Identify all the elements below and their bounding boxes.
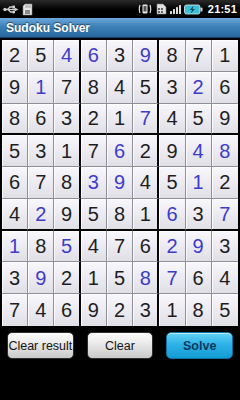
sudoku-cell[interactable]: 8 (133, 262, 159, 294)
sudoku-cell[interactable]: 7 (159, 262, 185, 294)
sudoku-cell[interactable]: 2 (28, 199, 54, 231)
title-bar: Sudoku Solver (0, 18, 240, 38)
solve-button[interactable]: Solve (166, 332, 233, 359)
sudoku-cell[interactable]: 8 (54, 167, 80, 199)
sudoku-cell[interactable]: 8 (81, 72, 107, 104)
sudoku-cell[interactable]: 6 (186, 262, 212, 294)
sudoku-cell[interactable]: 4 (107, 72, 133, 104)
sudoku-cell[interactable]: 8 (212, 135, 238, 167)
sdcard-icon (22, 3, 33, 16)
sudoku-cell[interactable]: 5 (186, 104, 212, 136)
sudoku-cell[interactable]: 5 (28, 40, 54, 72)
sim-icon (155, 3, 167, 15)
sudoku-cell[interactable]: 6 (28, 104, 54, 136)
sudoku-cell[interactable]: 7 (28, 167, 54, 199)
sudoku-cell[interactable]: 6 (2, 167, 28, 199)
status-bar: 21:51 (0, 0, 240, 18)
sudoku-cell[interactable]: 2 (54, 262, 80, 294)
sudoku-cell[interactable]: 2 (2, 40, 28, 72)
sudoku-cell[interactable]: 7 (81, 135, 107, 167)
sudoku-cell[interactable]: 7 (212, 199, 238, 231)
sudoku-cell[interactable]: 3 (28, 135, 54, 167)
sudoku-cell[interactable]: 9 (107, 167, 133, 199)
sudoku-cell[interactable]: 5 (212, 294, 238, 326)
sudoku-cell[interactable]: 7 (133, 104, 159, 136)
sudoku-cell[interactable]: 5 (159, 167, 185, 199)
sudoku-cell[interactable]: 6 (212, 72, 238, 104)
sudoku-cell[interactable]: 3 (81, 167, 107, 199)
sudoku-cell[interactable]: 3 (159, 72, 185, 104)
sudoku-cell[interactable]: 5 (2, 135, 28, 167)
sudoku-cell[interactable]: 5 (81, 199, 107, 231)
sudoku-cell[interactable]: 8 (2, 104, 28, 136)
sudoku-cell[interactable]: 8 (186, 294, 212, 326)
sudoku-cell[interactable]: 1 (54, 135, 80, 167)
sudoku-cell[interactable]: 2 (81, 104, 107, 136)
clear-result-button[interactable]: Clear result (7, 332, 74, 359)
sudoku-cell[interactable]: 6 (159, 199, 185, 231)
sudoku-cell[interactable]: 4 (186, 135, 212, 167)
sudoku-board: 2546398719178453268632174595317629486783… (0, 38, 240, 328)
buttons-row: Clear result Clear Solve (0, 332, 240, 359)
vibrate-icon (138, 3, 152, 15)
clear-button[interactable]: Clear (87, 332, 154, 359)
sudoku-cell[interactable]: 1 (2, 231, 28, 263)
usb-icon (3, 4, 19, 15)
sudoku-cell[interactable]: 2 (212, 167, 238, 199)
sudoku-cell[interactable]: 9 (28, 262, 54, 294)
sudoku-cell[interactable]: 6 (54, 294, 80, 326)
sudoku-cell[interactable]: 1 (107, 104, 133, 136)
sudoku-cell[interactable]: 6 (133, 231, 159, 263)
sudoku-cell[interactable]: 8 (107, 199, 133, 231)
sudoku-cell[interactable]: 9 (159, 135, 185, 167)
battery-charging-icon (184, 4, 203, 15)
sudoku-cell[interactable]: 1 (28, 72, 54, 104)
sudoku-cell[interactable]: 7 (2, 294, 28, 326)
sudoku-cell[interactable]: 2 (186, 72, 212, 104)
sudoku-cell[interactable]: 7 (107, 231, 133, 263)
sudoku-cell[interactable]: 3 (186, 199, 212, 231)
sudoku-cell[interactable]: 2 (107, 294, 133, 326)
sudoku-cell[interactable]: 1 (186, 167, 212, 199)
sudoku-cell[interactable]: 1 (159, 294, 185, 326)
signal-strength-icon (170, 4, 181, 14)
sudoku-cell[interactable]: 3 (54, 104, 80, 136)
sudoku-cell[interactable]: 8 (28, 231, 54, 263)
sudoku-cell[interactable]: 9 (2, 72, 28, 104)
sudoku-cell[interactable]: 5 (133, 72, 159, 104)
sudoku-cell[interactable]: 2 (133, 135, 159, 167)
sudoku-cell[interactable]: 2 (159, 231, 185, 263)
sudoku-cell[interactable]: 4 (54, 40, 80, 72)
sudoku-cell[interactable]: 3 (212, 231, 238, 263)
sudoku-cell[interactable]: 4 (159, 104, 185, 136)
sudoku-cell[interactable]: 7 (186, 40, 212, 72)
sudoku-cell[interactable]: 1 (81, 262, 107, 294)
sudoku-cell[interactable]: 6 (81, 40, 107, 72)
sudoku-cell[interactable]: 1 (212, 40, 238, 72)
sudoku-cell[interactable]: 6 (107, 135, 133, 167)
sudoku-cell[interactable]: 4 (81, 231, 107, 263)
sudoku-cell[interactable]: 3 (107, 40, 133, 72)
sudoku-cell[interactable]: 8 (159, 40, 185, 72)
clock: 21:51 (208, 3, 237, 15)
sudoku-cell[interactable]: 9 (212, 104, 238, 136)
sudoku-cell[interactable]: 4 (212, 262, 238, 294)
sudoku-cell[interactable]: 9 (133, 40, 159, 72)
sudoku-cell[interactable]: 3 (133, 294, 159, 326)
sudoku-cell[interactable]: 5 (107, 262, 133, 294)
sudoku-cell[interactable]: 9 (186, 231, 212, 263)
app-title: Sudoku Solver (6, 21, 90, 35)
sudoku-cell[interactable]: 1 (133, 199, 159, 231)
sudoku-cell[interactable]: 4 (2, 199, 28, 231)
sudoku-cell[interactable]: 4 (133, 167, 159, 199)
sudoku-cell[interactable]: 4 (28, 294, 54, 326)
sudoku-cell[interactable]: 9 (81, 294, 107, 326)
sudoku-cell[interactable]: 5 (54, 231, 80, 263)
sudoku-cell[interactable]: 3 (2, 262, 28, 294)
sudoku-cell[interactable]: 9 (54, 199, 80, 231)
sudoku-cell[interactable]: 7 (54, 72, 80, 104)
